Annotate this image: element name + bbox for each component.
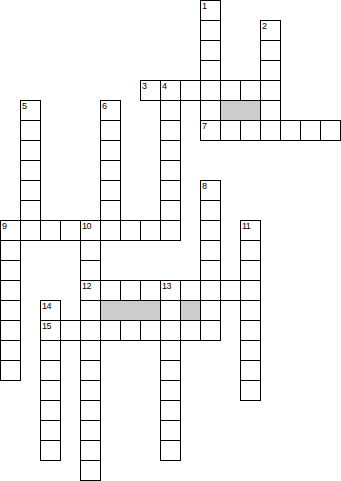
cell-r15c7-shaded[interactable] xyxy=(140,300,161,321)
cell-r16c8[interactable] xyxy=(160,320,181,341)
cell-r14c4[interactable]: 12 xyxy=(80,280,101,301)
cell-r11c2[interactable] xyxy=(40,220,61,241)
cell-r11c7[interactable] xyxy=(140,220,161,241)
cell-r22c2[interactable] xyxy=(40,440,61,461)
cell-r5c13[interactable] xyxy=(260,100,281,121)
cell-r16c9[interactable] xyxy=(180,320,201,341)
cell-r9c1[interactable] xyxy=(20,180,41,201)
cell-r12c12[interactable] xyxy=(240,240,261,261)
cell-r1c10[interactable] xyxy=(200,20,221,41)
cell-r11c5[interactable] xyxy=(100,220,121,241)
cell-r17c8[interactable] xyxy=(160,340,181,361)
cell-r9c5[interactable] xyxy=(100,180,121,201)
cell-r5c1[interactable]: 5 xyxy=(20,100,41,121)
clue-number-11: 11 xyxy=(242,221,250,231)
cell-r18c0[interactable] xyxy=(0,360,21,381)
cell-r21c2[interactable] xyxy=(40,420,61,441)
cell-r11c8[interactable] xyxy=(160,220,181,241)
cell-r11c1[interactable] xyxy=(20,220,41,241)
cell-r13c12[interactable] xyxy=(240,260,261,281)
clue-number-3: 3 xyxy=(142,81,147,91)
cell-r11c6[interactable] xyxy=(120,220,141,241)
cell-r19c12[interactable] xyxy=(240,380,261,401)
cell-r14c10[interactable] xyxy=(200,280,221,301)
cell-r19c4[interactable] xyxy=(80,380,101,401)
cell-r6c12[interactable] xyxy=(240,120,261,141)
cell-r18c2[interactable] xyxy=(40,360,61,381)
cell-r4c11[interactable] xyxy=(220,80,241,101)
cell-r15c10[interactable] xyxy=(200,300,221,321)
clue-number-4: 4 xyxy=(162,81,167,91)
cell-r2c10[interactable] xyxy=(200,40,221,61)
cell-r7c1[interactable] xyxy=(20,140,41,161)
cell-r16c2[interactable]: 15 xyxy=(40,320,61,341)
cell-r14c0[interactable] xyxy=(0,280,21,301)
cell-r23c4[interactable] xyxy=(80,460,101,481)
cell-r15c0[interactable] xyxy=(0,300,21,321)
cell-r14c6[interactable] xyxy=(120,280,141,301)
cell-r16c12[interactable] xyxy=(240,320,261,341)
cell-r13c4[interactable] xyxy=(80,260,101,281)
cell-r4c10[interactable] xyxy=(200,80,221,101)
cell-r18c8[interactable] xyxy=(160,360,181,381)
cell-r22c8[interactable] xyxy=(160,440,181,461)
cell-r1c13[interactable]: 2 xyxy=(260,20,281,41)
cell-r10c10[interactable] xyxy=(200,200,221,221)
cell-r7c5[interactable] xyxy=(100,140,121,161)
cell-r11c0[interactable]: 9 xyxy=(0,220,21,241)
cell-r14c9[interactable] xyxy=(180,280,201,301)
clue-number-7: 7 xyxy=(202,121,207,131)
cell-r5c11-shaded[interactable] xyxy=(220,100,241,121)
cell-r16c10[interactable] xyxy=(200,320,221,341)
clue-number-8: 8 xyxy=(202,181,207,191)
cell-r17c4[interactable] xyxy=(80,340,101,361)
cell-r15c12[interactable] xyxy=(240,300,261,321)
cell-r4c12[interactable] xyxy=(240,80,261,101)
cell-r11c10[interactable] xyxy=(200,220,221,241)
cell-r20c4[interactable] xyxy=(80,400,101,421)
cell-r15c6-shaded[interactable] xyxy=(120,300,141,321)
cell-r15c5-shaded[interactable] xyxy=(100,300,121,321)
cell-r21c8[interactable] xyxy=(160,420,181,441)
cell-r8c1[interactable] xyxy=(20,160,41,181)
cell-r14c12[interactable] xyxy=(240,280,261,301)
clue-number-15: 15 xyxy=(42,321,51,331)
clue-number-1: 1 xyxy=(202,1,207,11)
cell-r4c7[interactable]: 3 xyxy=(140,80,161,101)
cell-r21c4[interactable] xyxy=(80,420,101,441)
cell-r14c7[interactable] xyxy=(140,280,161,301)
clue-number-6: 6 xyxy=(102,101,107,111)
cell-r17c12[interactable] xyxy=(240,340,261,361)
cell-r6c14[interactable] xyxy=(280,120,301,141)
cell-r12c10[interactable] xyxy=(200,240,221,261)
crossword-grid: 123456789101112131415 xyxy=(0,0,341,481)
cell-r6c15[interactable] xyxy=(300,120,321,141)
cell-r20c2[interactable] xyxy=(40,400,61,421)
cell-r15c2[interactable]: 14 xyxy=(40,300,61,321)
cell-r12c0[interactable] xyxy=(0,240,21,261)
cell-r19c8[interactable] xyxy=(160,380,181,401)
clue-number-2: 2 xyxy=(262,21,267,31)
cell-r17c2[interactable] xyxy=(40,340,61,361)
cell-r3c13[interactable] xyxy=(260,60,281,81)
cell-r16c5[interactable] xyxy=(100,320,121,341)
clue-number-9: 9 xyxy=(2,221,7,231)
cell-r14c11[interactable] xyxy=(220,280,241,301)
cell-r6c10[interactable]: 7 xyxy=(200,120,221,141)
cell-r5c12-shaded[interactable] xyxy=(240,100,261,121)
cell-r16c0[interactable] xyxy=(0,320,21,341)
cell-r5c5[interactable]: 6 xyxy=(100,100,121,121)
cell-r6c5[interactable] xyxy=(100,120,121,141)
cell-r9c10[interactable]: 8 xyxy=(200,180,221,201)
cell-r19c2[interactable] xyxy=(40,380,61,401)
cell-r8c5[interactable] xyxy=(100,160,121,181)
cell-r10c5[interactable] xyxy=(100,200,121,221)
cell-r4c13[interactable] xyxy=(260,80,281,101)
cell-r17c0[interactable] xyxy=(0,340,21,361)
clue-number-5: 5 xyxy=(22,101,27,111)
cell-r0c10[interactable]: 1 xyxy=(200,0,221,21)
cell-r16c4[interactable] xyxy=(80,320,101,341)
cell-r13c10[interactable] xyxy=(200,260,221,281)
clue-number-10: 10 xyxy=(82,221,91,231)
cell-r14c5[interactable] xyxy=(100,280,121,301)
cell-r18c4[interactable] xyxy=(80,360,101,381)
cell-r15c4[interactable] xyxy=(80,300,101,321)
cell-r10c8[interactable] xyxy=(160,200,181,221)
cell-r5c8[interactable] xyxy=(160,100,181,121)
cell-r5c10[interactable] xyxy=(200,100,221,121)
cell-r11c3[interactable] xyxy=(60,220,81,241)
cell-r16c6[interactable] xyxy=(120,320,141,341)
cell-r4c9[interactable] xyxy=(180,80,201,101)
cell-r16c7[interactable] xyxy=(140,320,161,341)
cell-r6c1[interactable] xyxy=(20,120,41,141)
cell-r15c8[interactable] xyxy=(160,300,181,321)
cell-r14c8[interactable]: 13 xyxy=(160,280,181,301)
cell-r2c13[interactable] xyxy=(260,40,281,61)
cell-r6c11[interactable] xyxy=(220,120,241,141)
cell-r3c10[interactable] xyxy=(200,60,221,81)
cell-r18c12[interactable] xyxy=(240,360,261,381)
cell-r7c8[interactable] xyxy=(160,140,181,161)
cell-r6c13[interactable] xyxy=(260,120,281,141)
cell-r12c4[interactable] xyxy=(80,240,101,261)
clue-number-13: 13 xyxy=(162,281,171,291)
cell-r13c0[interactable] xyxy=(0,260,21,281)
cell-r6c16[interactable] xyxy=(320,120,341,141)
cell-r10c1[interactable] xyxy=(20,200,41,221)
cell-r11c12[interactable]: 11 xyxy=(240,220,261,241)
cell-r8c8[interactable] xyxy=(160,160,181,181)
cell-r11c4[interactable]: 10 xyxy=(80,220,101,241)
cell-r9c8[interactable] xyxy=(160,180,181,201)
clue-number-12: 12 xyxy=(82,281,91,291)
cell-r6c8[interactable] xyxy=(160,120,181,141)
clue-number-14: 14 xyxy=(42,301,51,311)
cell-r16c3[interactable] xyxy=(60,320,81,341)
cell-r15c9-shaded[interactable] xyxy=(180,300,201,321)
cell-r4c8[interactable]: 4 xyxy=(160,80,181,101)
cell-r20c8[interactable] xyxy=(160,400,181,421)
cell-r22c4[interactable] xyxy=(80,440,101,461)
